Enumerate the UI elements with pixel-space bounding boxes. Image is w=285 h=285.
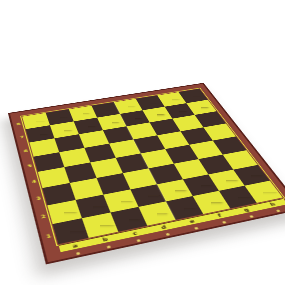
black-pawn-icon: ♟ xyxy=(30,114,50,136)
grommet-dot xyxy=(221,221,226,224)
grommet-dot xyxy=(75,252,79,255)
black-pawn-icon: ♟ xyxy=(55,111,74,133)
black-pawn-icon: ♟ xyxy=(102,103,121,124)
chessboard: abcdefgh 87654321 ♜♞♝♛♚♝♞♜♟♟♟♟♟♟♟♟♟♟♟♟♟♟… xyxy=(8,83,285,265)
grommet-dot xyxy=(136,239,140,242)
black-pawn-icon: ♟ xyxy=(192,89,210,110)
black-pawn-icon: ♟ xyxy=(79,107,98,128)
photo-background: abcdefgh 87654321 ♜♞♝♛♚♝♞♜♟♟♟♟♟♟♟♟♟♟♟♟♟♟… xyxy=(0,0,285,285)
black-pawn-icon: ♟ xyxy=(170,93,189,114)
black-pawn-icon: ♟ xyxy=(125,100,144,121)
black-pawn-icon: ♟ xyxy=(148,96,167,117)
grommet-dot xyxy=(248,215,253,218)
grommet-dot xyxy=(193,227,198,230)
grommet-dot xyxy=(106,245,110,248)
white-rook-icon: ♜ xyxy=(49,190,91,237)
grommet-dot xyxy=(275,209,280,212)
grommet-dot xyxy=(165,233,169,236)
